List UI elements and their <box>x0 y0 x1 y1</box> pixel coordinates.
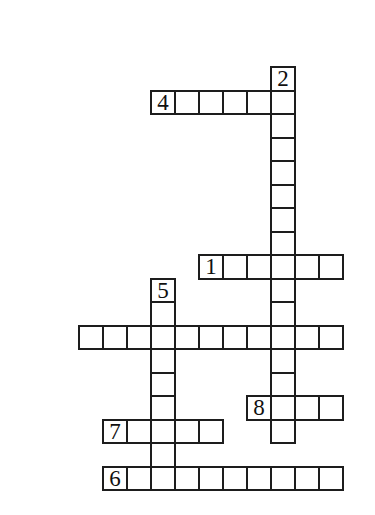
cell-r17c5[interactable] <box>198 466 224 492</box>
cell-r1c5[interactable] <box>198 90 224 116</box>
cell-r15c5[interactable] <box>198 419 224 445</box>
cell-r10c8[interactable] <box>270 301 296 327</box>
cell-r14c9[interactable] <box>294 395 320 421</box>
cell-r1c3[interactable]: 4 <box>150 90 176 116</box>
clue-number-6: 6 <box>109 467 121 490</box>
cell-r11c1[interactable] <box>102 325 128 351</box>
cell-r11c6[interactable] <box>222 325 248 351</box>
cell-r17c3[interactable] <box>150 466 176 492</box>
cell-r8c5[interactable]: 1 <box>198 254 224 280</box>
cell-r11c10[interactable] <box>318 325 344 351</box>
cell-r3c8[interactable] <box>270 137 296 163</box>
cell-r8c6[interactable] <box>222 254 248 280</box>
cell-r17c1[interactable]: 6 <box>102 466 128 492</box>
cell-r12c8[interactable] <box>270 348 296 374</box>
crossword-board: 2415876 <box>0 0 375 515</box>
cell-r9c8[interactable] <box>270 278 296 304</box>
cell-r9c3[interactable]: 5 <box>150 278 176 304</box>
cell-r16c3[interactable] <box>150 442 176 468</box>
cell-r11c0[interactable] <box>78 325 104 351</box>
cell-r1c4[interactable] <box>174 90 200 116</box>
cell-r15c8[interactable] <box>270 419 296 445</box>
cell-r8c10[interactable] <box>318 254 344 280</box>
cell-r8c8[interactable] <box>270 254 296 280</box>
clue-number-7: 7 <box>109 420 121 443</box>
cell-r8c9[interactable] <box>294 254 320 280</box>
cell-r5c8[interactable] <box>270 184 296 210</box>
cell-r1c7[interactable] <box>246 90 272 116</box>
cell-r11c5[interactable] <box>198 325 224 351</box>
cell-r17c9[interactable] <box>294 466 320 492</box>
cell-r11c4[interactable] <box>174 325 200 351</box>
cell-r6c8[interactable] <box>270 207 296 233</box>
clue-number-5: 5 <box>157 279 169 302</box>
cell-r7c8[interactable] <box>270 231 296 257</box>
cell-r11c7[interactable] <box>246 325 272 351</box>
cell-r1c6[interactable] <box>222 90 248 116</box>
cell-r15c2[interactable] <box>126 419 152 445</box>
cell-r11c3[interactable] <box>150 325 176 351</box>
cell-r15c1[interactable]: 7 <box>102 419 128 445</box>
cell-r15c4[interactable] <box>174 419 200 445</box>
cell-r17c8[interactable] <box>270 466 296 492</box>
cell-r2c8[interactable] <box>270 113 296 139</box>
cell-r11c9[interactable] <box>294 325 320 351</box>
cell-r1c8[interactable] <box>270 90 296 116</box>
cell-r4c8[interactable] <box>270 160 296 186</box>
cell-r17c7[interactable] <box>246 466 272 492</box>
cell-r0c8[interactable]: 2 <box>270 66 296 92</box>
cell-r14c3[interactable] <box>150 395 176 421</box>
cell-r11c8[interactable] <box>270 325 296 351</box>
crossword-page: 2415876 <box>0 0 375 515</box>
cell-r14c8[interactable] <box>270 395 296 421</box>
cell-r17c6[interactable] <box>222 466 248 492</box>
cell-r11c2[interactable] <box>126 325 152 351</box>
clue-number-2: 2 <box>277 67 289 90</box>
cell-r14c10[interactable] <box>318 395 344 421</box>
clue-number-1: 1 <box>205 255 217 278</box>
clue-number-4: 4 <box>157 91 169 114</box>
clue-number-8: 8 <box>253 396 265 419</box>
cell-r17c2[interactable] <box>126 466 152 492</box>
cell-r8c7[interactable] <box>246 254 272 280</box>
cell-r17c10[interactable] <box>318 466 344 492</box>
cell-r10c3[interactable] <box>150 301 176 327</box>
cell-r15c3[interactable] <box>150 419 176 445</box>
cell-r14c7[interactable]: 8 <box>246 395 272 421</box>
cell-r17c4[interactable] <box>174 466 200 492</box>
cell-r13c8[interactable] <box>270 372 296 398</box>
cell-r12c3[interactable] <box>150 348 176 374</box>
cell-r13c3[interactable] <box>150 372 176 398</box>
